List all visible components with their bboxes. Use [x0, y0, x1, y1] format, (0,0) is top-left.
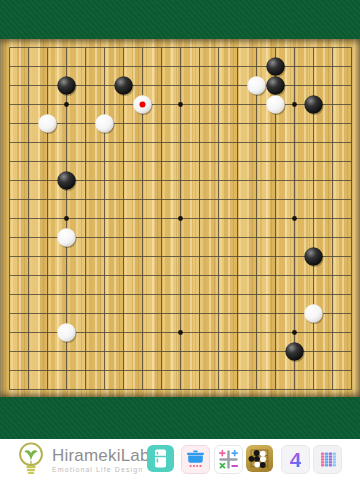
stone-white: [247, 76, 265, 94]
brand-text-block: HiramekiLab Emotional Life Design: [52, 447, 150, 473]
stone-black: [114, 76, 132, 94]
cooking-pot-icon: [182, 446, 209, 473]
last-move-marker: [140, 102, 146, 108]
fridge-app-icon[interactable]: [147, 445, 174, 472]
number-4-mosaic-app-icon[interactable]: 4: [281, 445, 310, 474]
go-board[interactable]: [0, 39, 360, 397]
number-4-glyph: 4: [290, 446, 302, 473]
fridge-icon: [147, 445, 174, 472]
mini-goban-icon: [246, 445, 273, 472]
pixel-chart-icon: [314, 446, 341, 473]
brand-name: HiramekiLab: [52, 447, 150, 465]
hiramekilab-logo[interactable]: HiramekiLab Emotional Life Design: [13, 441, 150, 479]
stone-white: [266, 95, 284, 113]
stone-white: [95, 114, 113, 132]
stone-black: [266, 57, 284, 75]
go-game-app-icon[interactable]: [246, 445, 273, 472]
stone-black: [266, 76, 284, 94]
math-symbols-app-icon[interactable]: [214, 445, 243, 474]
stone-black: [57, 76, 75, 94]
brand-tagline: Emotional Life Design: [52, 466, 150, 473]
stone-white: [57, 323, 75, 341]
stone-black: [304, 247, 322, 265]
lightbulb-icon: [13, 441, 49, 479]
stone-white: [57, 228, 75, 246]
pixel-chart-app-icon[interactable]: [313, 445, 342, 474]
app-screen: HiramekiLab Emotional Life Design: [0, 0, 360, 480]
footer-banner: HiramekiLab Emotional Life Design: [0, 439, 360, 480]
stone-black: [304, 95, 322, 113]
stone-white: [38, 114, 56, 132]
stone-black: [285, 342, 303, 360]
goban-grid-and-stones: [0, 39, 360, 397]
math-symbols-icon: [215, 446, 242, 473]
stone-white: [304, 304, 322, 322]
cooking-pot-app-icon[interactable]: [181, 445, 210, 474]
stone-black: [57, 171, 75, 189]
